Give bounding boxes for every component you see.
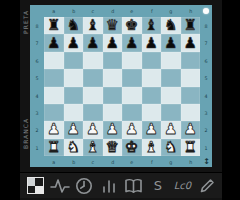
white-to-move-indicator bbox=[203, 8, 209, 14]
square-a5[interactable] bbox=[44, 69, 64, 86]
square-g4[interactable] bbox=[161, 87, 181, 104]
white-pawn: ♟ bbox=[67, 122, 80, 137]
board: ♜♞♝♛♚♝♞♜♟♟♟♟♟♟♟♟♟♟♟♟♟♟♟♟♜♞♝♛♚♝♞♜ bbox=[44, 17, 200, 156]
black-pawn: ♟ bbox=[67, 36, 80, 51]
white-bishop: ♝ bbox=[145, 140, 158, 155]
square-a6[interactable] bbox=[44, 52, 64, 69]
coord-label: f bbox=[143, 157, 159, 166]
white-pawn: ♟ bbox=[164, 122, 177, 137]
coord-label: g bbox=[163, 157, 179, 166]
coord-label: e bbox=[124, 6, 140, 16]
file-labels-top: abcdefgh bbox=[44, 5, 200, 17]
square-h1[interactable]: ♜ bbox=[181, 139, 201, 156]
square-g7[interactable]: ♟ bbox=[161, 34, 181, 51]
black-pawn: ♟ bbox=[106, 36, 119, 51]
white-pawn: ♟ bbox=[86, 122, 99, 137]
square-g5[interactable] bbox=[161, 69, 181, 86]
square-b7[interactable]: ♟ bbox=[64, 34, 84, 51]
square-b1[interactable]: ♞ bbox=[64, 139, 84, 156]
square-d1[interactable]: ♛ bbox=[103, 139, 123, 156]
square-f4[interactable] bbox=[142, 87, 162, 104]
square-d4[interactable] bbox=[103, 87, 123, 104]
coord-label: 6 bbox=[201, 53, 211, 67]
pencil-icon bbox=[198, 177, 216, 195]
lc0-engine-button[interactable]: Lc0 bbox=[170, 174, 194, 198]
coord-label: 7 bbox=[31, 36, 42, 50]
bottom-toolbar: S Lc0 bbox=[20, 172, 222, 198]
coord-label: d bbox=[104, 157, 120, 166]
black-pawn: ♟ bbox=[47, 36, 60, 51]
square-f8[interactable]: ♝ bbox=[142, 17, 162, 34]
open-book-icon bbox=[123, 177, 144, 195]
square-c4[interactable] bbox=[83, 87, 103, 104]
coord-label: 5 bbox=[31, 71, 42, 85]
square-h3[interactable] bbox=[181, 104, 201, 121]
coord-label: 3 bbox=[31, 106, 42, 120]
square-h6[interactable] bbox=[181, 52, 201, 69]
white-pawn: ♟ bbox=[125, 122, 138, 137]
square-c1[interactable]: ♝ bbox=[83, 139, 103, 156]
coord-label: a bbox=[46, 6, 62, 16]
square-b3[interactable] bbox=[64, 104, 84, 121]
square-f7[interactable]: ♟ bbox=[142, 34, 162, 51]
square-g6[interactable] bbox=[161, 52, 181, 69]
square-e5[interactable] bbox=[122, 69, 142, 86]
chessboard-icon bbox=[27, 177, 44, 194]
black-player-label: PRETA bbox=[22, 10, 29, 34]
square-d2[interactable]: ♟ bbox=[103, 121, 123, 138]
flip-board-icon[interactable]: ↕ bbox=[203, 156, 210, 167]
square-a8[interactable]: ♜ bbox=[44, 17, 64, 34]
square-e3[interactable] bbox=[122, 104, 142, 121]
white-bishop: ♝ bbox=[86, 140, 99, 155]
book-tab-button[interactable] bbox=[121, 174, 145, 198]
black-pawn: ♟ bbox=[125, 36, 138, 51]
coord-label: 3 bbox=[201, 106, 211, 120]
rank-labels-left: 87654321 bbox=[30, 17, 44, 156]
square-d5[interactable] bbox=[103, 69, 123, 86]
coord-label: 6 bbox=[31, 53, 42, 67]
white-knight: ♞ bbox=[164, 140, 177, 155]
coord-label: c bbox=[85, 157, 101, 166]
square-e6[interactable] bbox=[122, 52, 142, 69]
square-f2[interactable]: ♟ bbox=[142, 121, 162, 138]
square-c8[interactable]: ♝ bbox=[83, 17, 103, 34]
square-b5[interactable] bbox=[64, 69, 84, 86]
square-e8[interactable]: ♚ bbox=[122, 17, 142, 34]
coord-label: g bbox=[163, 6, 179, 16]
square-d6[interactable] bbox=[103, 52, 123, 69]
stockfish-engine-button[interactable]: S bbox=[146, 174, 170, 198]
coord-label: b bbox=[65, 157, 81, 166]
square-e1[interactable]: ♚ bbox=[122, 139, 142, 156]
clock-icon bbox=[75, 177, 93, 195]
square-b4[interactable] bbox=[64, 87, 84, 104]
clock-tab-button[interactable] bbox=[72, 174, 96, 198]
stockfish-s-icon: S bbox=[154, 178, 162, 193]
coord-label: 1 bbox=[201, 140, 211, 154]
square-e4[interactable] bbox=[122, 87, 142, 104]
white-rook: ♜ bbox=[184, 140, 197, 155]
square-c6[interactable] bbox=[83, 52, 103, 69]
coord-label: 4 bbox=[201, 88, 211, 102]
black-bishop: ♝ bbox=[86, 18, 99, 33]
coord-label: d bbox=[104, 6, 120, 16]
white-queen: ♛ bbox=[106, 140, 119, 155]
square-f1[interactable]: ♝ bbox=[142, 139, 162, 156]
coord-label: h bbox=[182, 6, 198, 16]
white-player-label: BRANCA bbox=[22, 118, 29, 149]
black-pawn: ♟ bbox=[184, 36, 197, 51]
coord-label: c bbox=[85, 6, 101, 16]
square-a2[interactable]: ♟ bbox=[44, 121, 64, 138]
square-c3[interactable] bbox=[83, 104, 103, 121]
coord-label: 5 bbox=[201, 71, 211, 85]
black-knight: ♞ bbox=[67, 18, 80, 33]
coord-label: a bbox=[46, 157, 62, 166]
square-a7[interactable]: ♟ bbox=[44, 34, 64, 51]
white-king: ♚ bbox=[125, 140, 138, 155]
black-pawn: ♟ bbox=[86, 36, 99, 51]
white-rook: ♜ bbox=[47, 140, 60, 155]
square-g3[interactable] bbox=[161, 104, 181, 121]
coord-label: 8 bbox=[201, 19, 211, 33]
square-e7[interactable]: ♟ bbox=[122, 34, 142, 51]
square-b6[interactable] bbox=[64, 52, 84, 69]
coord-label: f bbox=[143, 6, 159, 16]
square-h4[interactable] bbox=[181, 87, 201, 104]
file-labels-bottom: abcdefgh bbox=[44, 156, 200, 167]
square-d8[interactable]: ♛ bbox=[103, 17, 123, 34]
coord-label: 4 bbox=[31, 88, 42, 102]
black-rook: ♜ bbox=[47, 18, 60, 33]
black-queen: ♛ bbox=[106, 18, 119, 33]
square-g2[interactable]: ♟ bbox=[161, 121, 181, 138]
bar-chart-icon bbox=[101, 177, 117, 195]
square-e2[interactable]: ♟ bbox=[122, 121, 142, 138]
coord-label: 7 bbox=[201, 36, 211, 50]
square-d7[interactable]: ♟ bbox=[103, 34, 123, 51]
square-c7[interactable]: ♟ bbox=[83, 34, 103, 51]
app-screen: PRETA BRANCA abcdefgh 87654321 ♜♞♝♛♚♝♞♜♟… bbox=[0, 0, 240, 200]
white-knight: ♞ bbox=[67, 140, 80, 155]
white-pawn: ♟ bbox=[47, 122, 60, 137]
black-pawn: ♟ bbox=[145, 36, 158, 51]
square-a3[interactable] bbox=[44, 104, 64, 121]
square-b8[interactable]: ♞ bbox=[64, 17, 84, 34]
square-b2[interactable]: ♟ bbox=[64, 121, 84, 138]
coord-label: 1 bbox=[31, 140, 42, 154]
square-h5[interactable] bbox=[181, 69, 201, 86]
square-f6[interactable] bbox=[142, 52, 162, 69]
black-bishop: ♝ bbox=[145, 18, 158, 33]
analysis-tab-button[interactable] bbox=[48, 174, 72, 198]
white-pawn: ♟ bbox=[184, 122, 197, 137]
coord-label: 2 bbox=[31, 123, 42, 137]
square-c5[interactable] bbox=[83, 69, 103, 86]
board-tab-button[interactable] bbox=[23, 174, 47, 198]
white-pawn: ♟ bbox=[106, 122, 119, 137]
chart-tab-button[interactable] bbox=[97, 174, 121, 198]
coord-label: b bbox=[65, 6, 81, 16]
square-h8[interactable]: ♜ bbox=[181, 17, 201, 34]
square-g8[interactable]: ♞ bbox=[161, 17, 181, 34]
black-king: ♚ bbox=[125, 18, 138, 33]
lc0-text-icon: Lc0 bbox=[174, 180, 191, 191]
square-d3[interactable] bbox=[103, 104, 123, 121]
white-pawn: ♟ bbox=[145, 122, 158, 137]
coord-label: e bbox=[124, 157, 140, 166]
square-a1[interactable]: ♜ bbox=[44, 139, 64, 156]
edit-tab-button[interactable] bbox=[195, 174, 219, 198]
square-h2[interactable]: ♟ bbox=[181, 121, 201, 138]
board-panel: PRETA BRANCA abcdefgh 87654321 ♜♞♝♛♚♝♞♜♟… bbox=[20, 0, 222, 200]
square-a4[interactable] bbox=[44, 87, 64, 104]
square-h7[interactable]: ♟ bbox=[181, 34, 201, 51]
square-f5[interactable] bbox=[142, 69, 162, 86]
rank-labels-right: 87654321 bbox=[200, 17, 212, 156]
coord-label: 2 bbox=[201, 123, 211, 137]
square-g1[interactable]: ♞ bbox=[161, 139, 181, 156]
square-c2[interactable]: ♟ bbox=[83, 121, 103, 138]
coord-label: h bbox=[182, 157, 198, 166]
black-pawn: ♟ bbox=[164, 36, 177, 51]
pulse-icon bbox=[50, 177, 70, 195]
black-rook: ♜ bbox=[184, 18, 197, 33]
square-f3[interactable] bbox=[142, 104, 162, 121]
coord-label: 8 bbox=[31, 19, 42, 33]
black-knight: ♞ bbox=[164, 18, 177, 33]
board-frame: abcdefgh 87654321 ♜♞♝♛♚♝♞♜♟♟♟♟♟♟♟♟♟♟♟♟♟♟… bbox=[30, 5, 212, 167]
